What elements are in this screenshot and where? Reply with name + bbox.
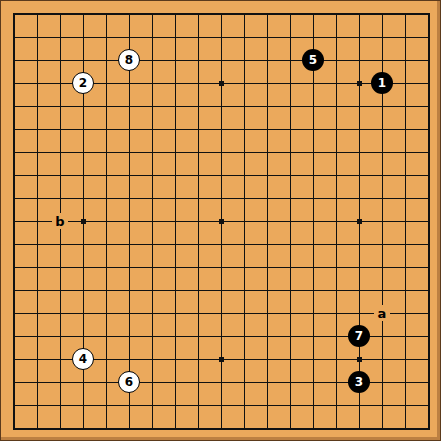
- stone-white-8: 8: [118, 49, 140, 71]
- letter-point-a: a: [374, 305, 390, 321]
- stone-black-1: 1: [371, 72, 393, 94]
- star-point: [357, 219, 362, 224]
- stone-black-5: 5: [302, 49, 324, 71]
- star-point: [219, 81, 224, 86]
- star-point: [81, 219, 86, 224]
- star-point: [219, 219, 224, 224]
- stone-black-7: 7: [348, 325, 370, 347]
- star-point: [357, 81, 362, 86]
- letter-point-b: b: [52, 213, 68, 229]
- stone-black-3: 3: [348, 371, 370, 393]
- go-board-diagram: 12345678ab: [0, 0, 441, 441]
- star-point: [357, 357, 362, 362]
- star-point: [219, 357, 224, 362]
- stone-white-6: 6: [118, 371, 140, 393]
- stone-white-4: 4: [72, 348, 94, 370]
- stone-white-2: 2: [72, 72, 94, 94]
